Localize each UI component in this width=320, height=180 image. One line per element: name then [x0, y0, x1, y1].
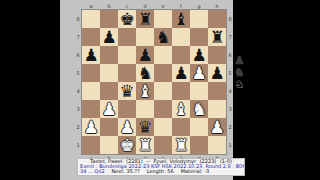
square-b3[interactable]: ♟	[100, 100, 118, 118]
square-h4[interactable]	[208, 82, 226, 100]
chess-board: ♚♜♝♟♞♜♟♟♟♞♟♟♟♛♝♟♝♞♟♟♛♟♚♜♜	[82, 10, 226, 154]
square-h5[interactable]: ♟	[208, 64, 226, 82]
square-f2[interactable]	[172, 118, 190, 136]
square-f1[interactable]: ♜	[172, 136, 190, 154]
white-pawn: ♟	[119, 118, 134, 136]
white-bishop: ♝	[137, 82, 152, 100]
square-b6[interactable]	[100, 46, 118, 64]
square-h7[interactable]: ♜	[208, 28, 226, 46]
square-b1[interactable]	[100, 136, 118, 154]
square-f5[interactable]: ♟	[172, 64, 190, 82]
file-label-f: f	[172, 3, 190, 9]
move-info-line: 34 ... Qd2 Next: 35.?? Length: 56 Materi…	[78, 169, 244, 174]
black-king: ♚	[119, 10, 134, 28]
square-h1[interactable]	[208, 136, 226, 154]
file-label-b: b	[100, 3, 118, 9]
rank-label-3: 3	[227, 100, 233, 118]
file-label-h: h	[208, 3, 226, 9]
square-d3[interactable]	[136, 100, 154, 118]
last-move-label: 34 ... Qd2	[80, 169, 105, 174]
black-pawn: ♟	[209, 64, 224, 82]
square-b8[interactable]	[100, 10, 118, 28]
square-a2[interactable]: ♟	[82, 118, 100, 136]
square-a5[interactable]	[82, 64, 100, 82]
rank-label-8: 8	[227, 10, 233, 28]
next-move-label: Next: 35.??	[112, 169, 140, 174]
rank-label-3: 3	[75, 100, 81, 118]
material-balance-label: Material: -3	[181, 169, 210, 174]
white-bishop: ♝	[173, 100, 188, 118]
square-c5[interactable]	[118, 64, 136, 82]
square-e6[interactable]	[154, 46, 172, 64]
file-label-g: g	[190, 3, 208, 9]
square-e2[interactable]	[154, 118, 172, 136]
square-c3[interactable]	[118, 100, 136, 118]
square-f6[interactable]	[172, 46, 190, 64]
black-pawn: ♟	[191, 46, 206, 64]
rank-label-2: 2	[75, 118, 81, 136]
square-d4[interactable]: ♝	[136, 82, 154, 100]
square-d5[interactable]: ♞	[136, 64, 154, 82]
square-h6[interactable]	[208, 46, 226, 64]
black-knight: ♞	[155, 28, 170, 46]
square-f3[interactable]: ♝	[172, 100, 190, 118]
square-c2[interactable]: ♟	[118, 118, 136, 136]
square-b5[interactable]	[100, 64, 118, 82]
square-f4[interactable]	[172, 82, 190, 100]
square-a8[interactable]	[82, 10, 100, 28]
square-a6[interactable]: ♟	[82, 46, 100, 64]
square-c7[interactable]	[118, 28, 136, 46]
square-b2[interactable]	[100, 118, 118, 136]
black-rook: ♜	[137, 10, 152, 28]
white-pawn: ♟	[191, 64, 206, 82]
square-a3[interactable]	[82, 100, 100, 118]
rank-label-7: 7	[75, 28, 81, 46]
rank-label-1: 1	[75, 136, 81, 154]
square-g3[interactable]: ♞	[190, 100, 208, 118]
rank-label-7: 7	[227, 28, 233, 46]
white-king: ♚	[119, 136, 134, 154]
rank-labels-left: 87654321	[75, 10, 81, 154]
rank-label-1: 1	[227, 136, 233, 154]
square-b7[interactable]: ♟	[100, 28, 118, 46]
square-a7[interactable]	[82, 28, 100, 46]
square-e5[interactable]	[154, 64, 172, 82]
square-d1[interactable]: ♜	[136, 136, 154, 154]
black-pawn: ♟	[137, 46, 152, 64]
black-queen: ♛	[137, 118, 152, 136]
square-e1[interactable]	[154, 136, 172, 154]
square-a4[interactable]	[82, 82, 100, 100]
square-g7[interactable]	[190, 28, 208, 46]
black-pawn: ♟	[83, 46, 98, 64]
square-d8[interactable]: ♜	[136, 10, 154, 28]
rank-label-4: 4	[75, 82, 81, 100]
white-knight: ♞	[191, 100, 206, 118]
white-knight-icon: ♘	[235, 79, 245, 91]
black-pawn: ♟	[173, 64, 188, 82]
game-length-label: Length: 56	[147, 169, 174, 174]
square-e8[interactable]	[154, 10, 172, 28]
square-g8[interactable]	[190, 10, 208, 28]
square-f7[interactable]	[172, 28, 190, 46]
game-info-strip: Tastet, Pawel (2281) -- Fyvel, Volodymyr…	[78, 159, 244, 175]
square-c1[interactable]: ♚	[118, 136, 136, 154]
black-rook: ♜	[209, 28, 224, 46]
square-c6[interactable]	[118, 46, 136, 64]
square-h8[interactable]	[208, 10, 226, 28]
white-rook: ♜	[137, 136, 152, 154]
square-h2[interactable]: ♟	[208, 118, 226, 136]
square-g6[interactable]: ♟	[190, 46, 208, 64]
rank-label-2: 2	[227, 118, 233, 136]
square-e4[interactable]	[154, 82, 172, 100]
square-g1[interactable]	[190, 136, 208, 154]
square-g5[interactable]: ♟	[190, 64, 208, 82]
white-pawn: ♟	[209, 118, 224, 136]
black-bishop: ♝	[173, 10, 188, 28]
white-pawn: ♟	[83, 118, 98, 136]
rank-label-5: 5	[75, 64, 81, 82]
square-d6[interactable]: ♟	[136, 46, 154, 64]
file-labels-top: abcdefgh	[82, 3, 226, 9]
file-label-c: c	[118, 3, 136, 9]
rank-label-8: 8	[75, 10, 81, 28]
black-knight: ♞	[137, 64, 152, 82]
square-c4[interactable]: ♛	[118, 82, 136, 100]
square-f8[interactable]: ♝	[172, 10, 190, 28]
square-d7[interactable]	[136, 28, 154, 46]
square-a1[interactable]	[82, 136, 100, 154]
square-d2[interactable]: ♛	[136, 118, 154, 136]
square-g4[interactable]	[190, 82, 208, 100]
white-pawn: ♟	[101, 100, 116, 118]
file-label-a: a	[82, 3, 100, 9]
black-pawn: ♟	[101, 28, 116, 46]
square-c8[interactable]: ♚	[118, 10, 136, 28]
square-b4[interactable]	[100, 82, 118, 100]
square-e3[interactable]	[154, 100, 172, 118]
square-g2[interactable]	[190, 118, 208, 136]
file-label-e: e	[154, 3, 172, 9]
rank-label-6: 6	[75, 46, 81, 64]
square-h3[interactable]	[208, 100, 226, 118]
black-queen: ♛	[119, 82, 134, 100]
square-e7[interactable]: ♞	[154, 28, 172, 46]
video-frame: abcdefgh abcdefgh 87654321 87654321 ♚♜♝♟…	[0, 0, 320, 180]
file-label-d: d	[136, 3, 154, 9]
white-rook: ♜	[173, 136, 188, 154]
captured-material-tray: ♟♞♘	[233, 55, 246, 91]
